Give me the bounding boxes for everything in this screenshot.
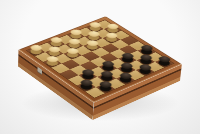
- light-piece-r5c2[interactable]: [65, 51, 79, 59]
- clasp-icon: [38, 67, 43, 75]
- dark-piece-r5c6[interactable]: [99, 74, 114, 82]
- photo-scene: [0, 0, 200, 134]
- light-piece-r3c2[interactable]: [85, 43, 99, 50]
- light-piece-r1c2[interactable]: [105, 35, 119, 42]
- light-piece-r7c0[interactable]: [29, 48, 43, 56]
- dark-piece-r6c5[interactable]: [81, 72, 96, 80]
